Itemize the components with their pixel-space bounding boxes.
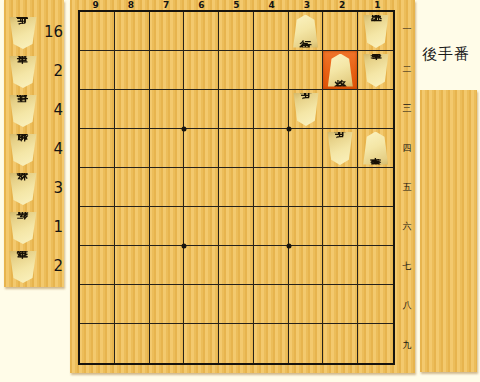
square-8-8[interactable]: [115, 285, 150, 324]
board-grid: 角行王将金将香車歩兵歩兵香車: [78, 10, 395, 365]
square-6-3[interactable]: [184, 90, 219, 129]
square-9-4[interactable]: [80, 129, 115, 168]
square-5-8[interactable]: [219, 285, 254, 324]
sente-hand-stand: [420, 90, 477, 372]
hand-piece-pawn[interactable]: 歩兵: [9, 17, 37, 49]
square-1-8[interactable]: [358, 285, 393, 324]
square-2-2[interactable]: 金将: [323, 51, 358, 90]
file-label-2: 2: [325, 0, 360, 10]
hand-piece-bishop[interactable]: 角行: [9, 212, 37, 244]
square-7-2[interactable]: [150, 51, 185, 90]
square-3-6[interactable]: [289, 207, 324, 246]
shogi-viewer: 歩兵16香車2桂馬4銀将4金将3角行1飛車2 987654321 一二三四五六七…: [0, 0, 480, 382]
rank-label-5: 五: [400, 168, 414, 207]
file-label-5: 5: [219, 0, 254, 10]
square-8-2[interactable]: [115, 51, 150, 90]
square-1-2[interactable]: 香車: [358, 51, 393, 90]
hand-count-silver: 4: [37, 142, 64, 157]
square-4-8[interactable]: [254, 285, 289, 324]
star-point: [182, 244, 187, 249]
square-8-6[interactable]: [115, 207, 150, 246]
square-3-9[interactable]: [289, 324, 324, 363]
file-label-9: 9: [78, 0, 113, 10]
rank-label-3: 三: [400, 89, 414, 128]
hand-piece-lance[interactable]: 香車: [9, 56, 37, 88]
square-4-3[interactable]: [254, 90, 289, 129]
hand-count-knight: 4: [37, 103, 64, 118]
piece-gote-pawn[interactable]: 歩兵: [327, 132, 353, 165]
square-8-1[interactable]: [115, 12, 150, 51]
square-7-8[interactable]: [150, 285, 185, 324]
square-9-1[interactable]: [80, 12, 115, 51]
square-7-7[interactable]: [150, 246, 185, 285]
square-2-6[interactable]: [323, 207, 358, 246]
square-2-7[interactable]: [323, 246, 358, 285]
square-6-9[interactable]: [184, 324, 219, 363]
square-6-1[interactable]: [184, 12, 219, 51]
hand-count-gold: 3: [37, 181, 64, 196]
square-9-5[interactable]: [80, 168, 115, 207]
square-1-1[interactable]: 王将: [358, 12, 393, 51]
square-2-1[interactable]: [323, 12, 358, 51]
hand-row-bishop: 角行1: [4, 208, 64, 247]
rank-coordinates: 一二三四五六七八九: [400, 10, 414, 365]
file-label-1: 1: [360, 0, 395, 10]
hand-piece-silver[interactable]: 銀将: [9, 134, 37, 166]
square-2-5[interactable]: [323, 168, 358, 207]
square-3-5[interactable]: [289, 168, 324, 207]
square-1-5[interactable]: [358, 168, 393, 207]
square-7-3[interactable]: [150, 90, 185, 129]
hand-count-pawn: 16: [37, 25, 64, 40]
square-2-9[interactable]: [323, 324, 358, 363]
rank-label-8: 八: [400, 286, 414, 325]
square-5-2[interactable]: [219, 51, 254, 90]
hand-row-lance: 香車2: [4, 52, 64, 91]
hand-row-knight: 桂馬4: [4, 91, 64, 130]
square-7-4[interactable]: [150, 129, 185, 168]
file-label-7: 7: [148, 0, 183, 10]
square-9-2[interactable]: [80, 51, 115, 90]
square-8-4[interactable]: [115, 129, 150, 168]
square-4-9[interactable]: [254, 324, 289, 363]
file-label-4: 4: [254, 0, 289, 10]
square-5-5[interactable]: [219, 168, 254, 207]
shogi-board: 987654321 一二三四五六七八九 角行王将金将香車歩兵歩兵香車: [70, 0, 415, 373]
square-4-7[interactable]: [254, 246, 289, 285]
square-9-8[interactable]: [80, 285, 115, 324]
square-9-6[interactable]: [80, 207, 115, 246]
square-5-7[interactable]: [219, 246, 254, 285]
square-5-3[interactable]: [219, 90, 254, 129]
square-8-7[interactable]: [115, 246, 150, 285]
piece-gote-lance[interactable]: 香車: [363, 54, 389, 87]
square-7-5[interactable]: [150, 168, 185, 207]
square-3-3[interactable]: 歩兵: [289, 90, 324, 129]
square-1-3[interactable]: [358, 90, 393, 129]
square-3-1[interactable]: 角行: [289, 12, 324, 51]
square-4-5[interactable]: [254, 168, 289, 207]
hand-row-rook: 飛車2: [4, 247, 64, 286]
square-6-7[interactable]: [184, 246, 219, 285]
rank-label-7: 七: [400, 247, 414, 286]
square-8-3[interactable]: [115, 90, 150, 129]
rank-label-1: 一: [400, 10, 414, 49]
file-label-6: 6: [184, 0, 219, 10]
square-7-9[interactable]: [150, 324, 185, 363]
square-3-7[interactable]: [289, 246, 324, 285]
square-6-8[interactable]: [184, 285, 219, 324]
hand-count-lance: 2: [37, 64, 64, 79]
hand-piece-rook[interactable]: 飛車: [9, 251, 37, 283]
square-6-4[interactable]: [184, 129, 219, 168]
star-point: [286, 244, 291, 249]
rank-label-6: 六: [400, 207, 414, 246]
rank-label-4: 四: [400, 128, 414, 167]
square-3-2[interactable]: [289, 51, 324, 90]
square-9-3[interactable]: [80, 90, 115, 129]
file-label-3: 3: [289, 0, 324, 10]
turn-indicator: 後手番: [422, 45, 476, 64]
square-9-9[interactable]: [80, 324, 115, 363]
square-5-6[interactable]: [219, 207, 254, 246]
square-2-4[interactable]: 歩兵: [323, 129, 358, 168]
piece-sente-bishop[interactable]: 角行: [293, 15, 319, 48]
square-8-5[interactable]: [115, 168, 150, 207]
rank-label-2: 二: [400, 49, 414, 88]
rank-label-9: 九: [400, 326, 414, 365]
hand-piece-knight[interactable]: 桂馬: [9, 95, 37, 127]
piece-gote-king[interactable]: 王将: [363, 15, 389, 48]
square-8-9[interactable]: [115, 324, 150, 363]
square-3-8[interactable]: [289, 285, 324, 324]
square-7-1[interactable]: [150, 12, 185, 51]
square-6-5[interactable]: [184, 168, 219, 207]
hand-count-bishop: 1: [37, 220, 64, 235]
file-coordinates: 987654321: [78, 0, 395, 10]
star-point: [286, 127, 291, 132]
hand-row-silver: 銀将4: [4, 130, 64, 169]
square-5-4[interactable]: [219, 129, 254, 168]
star-point: [182, 127, 187, 132]
piece-sente-lance[interactable]: 香車: [363, 132, 389, 165]
square-9-7[interactable]: [80, 246, 115, 285]
square-6-2[interactable]: [184, 51, 219, 90]
square-6-6[interactable]: [184, 207, 219, 246]
hand-row-pawn: 歩兵16: [4, 13, 64, 52]
square-7-6[interactable]: [150, 207, 185, 246]
piece-gote-pawn[interactable]: 歩兵: [293, 93, 319, 126]
square-4-6[interactable]: [254, 207, 289, 246]
hand-row-gold: 金将3: [4, 169, 64, 208]
square-5-9[interactable]: [219, 324, 254, 363]
square-3-4[interactable]: [289, 129, 324, 168]
gote-hand-stand: 歩兵16香車2桂馬4銀将4金将3角行1飛車2: [4, 0, 64, 287]
square-2-3[interactable]: [323, 90, 358, 129]
square-1-4[interactable]: 香車: [358, 129, 393, 168]
square-2-8[interactable]: [323, 285, 358, 324]
piece-sente-gold[interactable]: 金将: [327, 54, 353, 87]
square-4-4[interactable]: [254, 129, 289, 168]
square-1-6[interactable]: [358, 207, 393, 246]
square-1-7[interactable]: [358, 246, 393, 285]
square-5-1[interactable]: [219, 12, 254, 51]
hand-count-rook: 2: [37, 259, 64, 274]
square-1-9[interactable]: [358, 324, 393, 363]
square-4-2[interactable]: [254, 51, 289, 90]
file-label-8: 8: [113, 0, 148, 10]
hand-piece-gold[interactable]: 金将: [9, 173, 37, 205]
square-4-1[interactable]: [254, 12, 289, 51]
